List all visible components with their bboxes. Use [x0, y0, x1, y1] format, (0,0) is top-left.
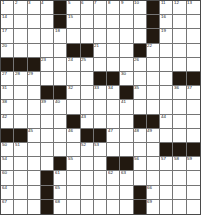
black-cell: [134, 44, 147, 58]
clue-number: 54: [2, 157, 7, 161]
clue-number: 32: [68, 86, 73, 90]
white-cell[interactable]: [187, 186, 200, 200]
white-cell[interactable]: [187, 29, 200, 43]
white-cell[interactable]: [41, 129, 54, 143]
white-cell[interactable]: [41, 44, 54, 58]
clue-number: 15: [68, 15, 73, 19]
black-cell: [94, 72, 107, 86]
white-cell[interactable]: 65: [54, 186, 67, 200]
white-cell[interactable]: 7: [94, 1, 107, 15]
white-cell[interactable]: [160, 186, 173, 200]
clue-number: 25: [81, 58, 86, 62]
white-cell[interactable]: [187, 129, 200, 143]
white-cell[interactable]: [187, 100, 200, 114]
white-cell[interactable]: [67, 200, 80, 214]
white-cell[interactable]: [160, 72, 173, 86]
white-cell[interactable]: [41, 15, 54, 29]
clue-number: 44: [161, 115, 166, 119]
white-cell[interactable]: [147, 72, 160, 86]
white-cell[interactable]: [107, 44, 120, 58]
white-cell[interactable]: 27: [1, 72, 14, 86]
black-cell: [134, 200, 147, 214]
clue-number: 1: [2, 1, 4, 5]
white-cell[interactable]: [28, 115, 41, 129]
clue-number: 9: [121, 1, 123, 5]
white-cell[interactable]: [41, 143, 54, 157]
white-cell[interactable]: 44: [160, 115, 173, 129]
clue-number: 45: [28, 129, 33, 133]
white-cell[interactable]: [187, 171, 200, 185]
white-cell[interactable]: 6: [81, 1, 94, 15]
black-cell: [160, 143, 173, 157]
clue-number: 38: [2, 100, 7, 104]
clue-number: 5: [68, 1, 70, 5]
white-cell[interactable]: [14, 44, 27, 58]
white-cell[interactable]: [81, 157, 94, 171]
clue-number: 20: [2, 44, 7, 48]
white-cell[interactable]: 38: [1, 100, 14, 114]
white-cell[interactable]: 37: [187, 86, 200, 100]
white-cell[interactable]: 47: [107, 129, 120, 143]
black-cell: [41, 171, 54, 185]
white-cell[interactable]: [14, 157, 27, 171]
white-cell[interactable]: 15: [67, 15, 80, 29]
white-cell[interactable]: 33: [94, 86, 107, 100]
black-cell: [14, 58, 27, 72]
white-cell[interactable]: 1: [1, 1, 14, 15]
white-cell[interactable]: [160, 100, 173, 114]
white-cell[interactable]: [120, 129, 133, 143]
white-cell[interactable]: 3: [28, 1, 41, 15]
clue-number: 27: [2, 72, 7, 76]
white-cell[interactable]: [81, 15, 94, 29]
white-cell[interactable]: [120, 200, 133, 214]
black-cell: [67, 115, 80, 129]
clue-number: 28: [15, 72, 20, 76]
black-cell: [173, 72, 186, 86]
white-cell[interactable]: [134, 29, 147, 43]
white-cell[interactable]: [54, 58, 67, 72]
white-cell[interactable]: 13: [187, 1, 200, 15]
black-cell: [107, 72, 120, 86]
white-cell[interactable]: [147, 171, 160, 185]
white-cell[interactable]: [94, 171, 107, 185]
white-cell[interactable]: 52: [81, 143, 94, 157]
white-cell[interactable]: 18: [54, 29, 67, 43]
clue-number: 10: [134, 1, 139, 5]
white-cell[interactable]: [147, 157, 160, 171]
black-cell: [187, 72, 200, 86]
black-cell: [14, 129, 27, 143]
white-cell[interactable]: 20: [1, 44, 14, 58]
white-cell[interactable]: [107, 58, 120, 72]
white-cell[interactable]: 49: [147, 129, 160, 143]
clue-number: 50: [2, 143, 7, 147]
clue-number: 58: [174, 157, 179, 161]
white-cell[interactable]: [120, 58, 133, 72]
white-cell[interactable]: 61: [54, 171, 67, 185]
black-cell: [1, 58, 14, 72]
white-cell[interactable]: 14: [1, 15, 14, 29]
white-cell[interactable]: 2: [14, 1, 27, 15]
clue-number: 43: [81, 115, 86, 119]
white-cell[interactable]: [120, 29, 133, 43]
clue-number: 59: [187, 157, 192, 161]
white-cell[interactable]: 64: [1, 186, 14, 200]
white-cell[interactable]: 32: [67, 86, 80, 100]
white-cell[interactable]: 54: [1, 157, 14, 171]
clue-number: 55: [68, 157, 73, 161]
clue-number: 69: [147, 200, 152, 204]
white-cell[interactable]: [120, 15, 133, 29]
white-cell[interactable]: [81, 100, 94, 114]
black-cell: [28, 58, 41, 72]
white-cell[interactable]: [173, 186, 186, 200]
white-cell[interactable]: [94, 58, 107, 72]
clue-number: 31: [2, 86, 7, 90]
black-cell: [54, 1, 67, 15]
white-cell[interactable]: 41: [120, 100, 133, 114]
white-cell[interactable]: 59: [187, 157, 200, 171]
clue-number: 42: [2, 115, 7, 119]
white-cell[interactable]: 58: [173, 157, 186, 171]
white-cell[interactable]: [160, 44, 173, 58]
clue-number: 40: [55, 100, 60, 104]
white-cell[interactable]: 19: [160, 29, 173, 43]
clue-number: 14: [2, 15, 7, 19]
white-cell[interactable]: [173, 100, 186, 114]
clue-number: 13: [187, 1, 192, 5]
white-cell[interactable]: 35: [134, 86, 147, 100]
clue-number: 26: [134, 58, 139, 62]
white-cell[interactable]: [41, 115, 54, 129]
black-cell: [147, 115, 160, 129]
clue-number: 56: [134, 157, 139, 161]
clue-number: 16: [161, 15, 166, 19]
clue-number: 7: [94, 1, 96, 5]
clue-number: 35: [134, 86, 139, 90]
white-cell[interactable]: 66: [147, 186, 160, 200]
white-cell[interactable]: [187, 200, 200, 214]
white-cell[interactable]: 42: [1, 115, 14, 129]
white-cell[interactable]: [28, 100, 41, 114]
clue-number: 34: [108, 86, 113, 90]
clue-number: 41: [121, 100, 126, 104]
white-cell[interactable]: 21: [94, 44, 107, 58]
white-cell[interactable]: 26: [134, 58, 147, 72]
white-cell[interactable]: [67, 143, 80, 157]
white-cell[interactable]: [81, 200, 94, 214]
black-cell: [1, 129, 14, 143]
white-cell[interactable]: 8: [107, 1, 120, 15]
white-cell[interactable]: [81, 86, 94, 100]
clue-number: 49: [147, 129, 152, 133]
white-cell[interactable]: [107, 29, 120, 43]
clue-number: 24: [68, 58, 73, 62]
white-cell[interactable]: 24: [67, 58, 80, 72]
white-cell[interactable]: 29: [28, 72, 41, 86]
white-cell[interactable]: [81, 29, 94, 43]
white-cell[interactable]: [14, 171, 27, 185]
white-cell[interactable]: [160, 58, 173, 72]
white-cell[interactable]: [41, 29, 54, 43]
white-cell[interactable]: [147, 143, 160, 157]
white-cell[interactable]: [160, 171, 173, 185]
clue-number: 23: [41, 58, 46, 62]
white-cell[interactable]: [107, 143, 120, 157]
black-cell: [187, 143, 200, 157]
white-cell[interactable]: [120, 186, 133, 200]
black-cell: [120, 157, 133, 171]
white-cell[interactable]: [147, 86, 160, 100]
white-cell[interactable]: 68: [54, 200, 67, 214]
clue-number: 18: [55, 29, 60, 33]
white-cell[interactable]: [107, 200, 120, 214]
black-cell: [81, 44, 94, 58]
clue-number: 39: [41, 100, 46, 104]
white-cell[interactable]: [160, 86, 173, 100]
black-cell: [147, 29, 160, 43]
white-cell[interactable]: [67, 72, 80, 86]
clue-number: 66: [147, 186, 152, 190]
white-cell[interactable]: 69: [147, 200, 160, 214]
white-cell[interactable]: [14, 115, 27, 129]
white-cell[interactable]: [14, 86, 27, 100]
black-cell: [41, 200, 54, 214]
black-cell: [134, 115, 147, 129]
white-cell[interactable]: [120, 115, 133, 129]
white-cell[interactable]: 46: [67, 129, 80, 143]
clue-number: 19: [161, 29, 166, 33]
white-cell[interactable]: [14, 186, 27, 200]
white-cell[interactable]: 5: [67, 1, 80, 15]
white-cell[interactable]: [54, 115, 67, 129]
clue-number: 4: [41, 1, 43, 5]
white-cell[interactable]: [28, 157, 41, 171]
white-cell[interactable]: 36: [173, 86, 186, 100]
white-cell[interactable]: [28, 186, 41, 200]
black-cell: [134, 186, 147, 200]
white-cell[interactable]: [94, 29, 107, 43]
white-cell[interactable]: [28, 86, 41, 100]
clue-number: 12: [174, 1, 179, 5]
white-cell[interactable]: [67, 100, 80, 114]
black-cell: [120, 86, 133, 100]
crossword-grid: 1234567891011121314151617181920212223242…: [0, 0, 201, 215]
clue-number: 63: [121, 171, 126, 175]
white-cell[interactable]: 48: [134, 129, 147, 143]
white-cell[interactable]: [94, 100, 107, 114]
white-cell[interactable]: [160, 200, 173, 214]
white-cell[interactable]: [187, 115, 200, 129]
clue-number: 17: [2, 29, 7, 33]
black-cell: [54, 157, 67, 171]
white-cell[interactable]: [187, 58, 200, 72]
white-cell[interactable]: 56: [134, 157, 147, 171]
white-cell[interactable]: [173, 115, 186, 129]
white-cell[interactable]: [28, 200, 41, 214]
white-cell[interactable]: [173, 171, 186, 185]
black-cell: [54, 15, 67, 29]
white-cell[interactable]: 55: [67, 157, 80, 171]
white-cell[interactable]: 9: [120, 1, 133, 15]
clue-number: 3: [28, 1, 30, 5]
white-cell[interactable]: [107, 100, 120, 114]
white-cell[interactable]: [120, 44, 133, 58]
white-cell[interactable]: [94, 15, 107, 29]
white-cell[interactable]: 43: [81, 115, 94, 129]
white-cell[interactable]: 45: [28, 129, 41, 143]
white-cell[interactable]: 67: [1, 200, 14, 214]
white-cell[interactable]: [54, 129, 67, 143]
white-cell[interactable]: 12: [173, 1, 186, 15]
black-cell: [41, 86, 54, 100]
white-cell[interactable]: 11: [160, 1, 173, 15]
white-cell[interactable]: [14, 200, 27, 214]
white-cell[interactable]: [14, 15, 27, 29]
clue-number: 36: [174, 86, 179, 90]
white-cell[interactable]: 22: [147, 44, 160, 58]
white-cell[interactable]: [41, 72, 54, 86]
clue-number: 8: [108, 1, 110, 5]
white-cell[interactable]: [14, 29, 27, 43]
white-cell[interactable]: [187, 15, 200, 29]
clue-number: 62: [108, 171, 113, 175]
white-cell[interactable]: [54, 72, 67, 86]
white-cell[interactable]: [14, 100, 27, 114]
white-cell[interactable]: 30: [120, 72, 133, 86]
white-cell[interactable]: [67, 186, 80, 200]
clue-number: 53: [94, 143, 99, 147]
white-cell[interactable]: [67, 171, 80, 185]
white-cell[interactable]: [94, 157, 107, 171]
white-cell[interactable]: 28: [14, 72, 27, 86]
clue-number: 30: [121, 72, 126, 76]
white-cell[interactable]: [107, 115, 120, 129]
white-cell[interactable]: [28, 29, 41, 43]
white-cell[interactable]: [173, 44, 186, 58]
white-cell[interactable]: 51: [14, 143, 27, 157]
white-cell[interactable]: 40: [54, 100, 67, 114]
white-cell[interactable]: 53: [94, 143, 107, 157]
clue-number: 11: [161, 1, 166, 5]
white-cell[interactable]: [81, 171, 94, 185]
black-cell: [54, 86, 67, 100]
clue-number: 57: [161, 157, 166, 161]
clue-number: 46: [68, 129, 73, 133]
clue-number: 51: [15, 143, 20, 147]
white-cell[interactable]: 4: [41, 1, 54, 15]
white-cell[interactable]: [81, 72, 94, 86]
white-cell[interactable]: [187, 44, 200, 58]
white-cell[interactable]: [107, 186, 120, 200]
white-cell[interactable]: [173, 129, 186, 143]
white-cell[interactable]: 10: [134, 1, 147, 15]
white-cell[interactable]: 50: [1, 143, 14, 157]
white-cell[interactable]: 16: [160, 15, 173, 29]
clue-number: 2: [15, 1, 17, 5]
black-cell: [41, 186, 54, 200]
white-cell[interactable]: [28, 143, 41, 157]
white-cell[interactable]: 34: [107, 86, 120, 100]
white-cell[interactable]: 57: [160, 157, 173, 171]
white-cell[interactable]: 17: [1, 29, 14, 43]
white-cell[interactable]: [173, 15, 186, 29]
white-cell[interactable]: 63: [120, 171, 133, 185]
white-cell[interactable]: [160, 129, 173, 143]
clue-number: 48: [134, 129, 139, 133]
black-cell: [147, 1, 160, 15]
white-cell[interactable]: [94, 200, 107, 214]
black-cell: [67, 44, 80, 58]
black-cell: [94, 129, 107, 143]
clue-number: 33: [94, 86, 99, 90]
black-cell: [173, 143, 186, 157]
white-cell[interactable]: [28, 44, 41, 58]
white-cell[interactable]: [173, 29, 186, 43]
white-cell[interactable]: 23: [41, 58, 54, 72]
black-cell: [81, 129, 94, 143]
white-cell[interactable]: [173, 200, 186, 214]
white-cell[interactable]: [94, 186, 107, 200]
white-cell[interactable]: [28, 15, 41, 29]
white-cell[interactable]: 60: [1, 171, 14, 185]
clue-number: 22: [147, 44, 152, 48]
clue-number: 6: [81, 1, 83, 5]
white-cell[interactable]: [134, 171, 147, 185]
white-cell[interactable]: [41, 157, 54, 171]
white-cell[interactable]: [134, 143, 147, 157]
white-cell[interactable]: [94, 115, 107, 129]
white-cell[interactable]: [54, 143, 67, 157]
clue-number: 52: [81, 143, 86, 147]
white-cell[interactable]: [54, 44, 67, 58]
white-cell[interactable]: [81, 186, 94, 200]
clue-number: 21: [94, 44, 99, 48]
white-cell[interactable]: [28, 171, 41, 185]
clue-number: 65: [55, 186, 60, 190]
clue-number: 29: [28, 72, 33, 76]
clue-number: 60: [2, 171, 7, 175]
white-cell[interactable]: [147, 100, 160, 114]
white-cell[interactable]: [120, 143, 133, 157]
clue-number: 37: [187, 86, 192, 90]
white-cell[interactable]: [134, 100, 147, 114]
white-cell[interactable]: [147, 58, 160, 72]
white-cell[interactable]: 31: [1, 86, 14, 100]
black-cell: [147, 15, 160, 29]
white-cell[interactable]: [134, 72, 147, 86]
clue-number: 61: [55, 171, 60, 175]
white-cell[interactable]: [173, 58, 186, 72]
clue-number: 64: [2, 186, 7, 190]
white-cell[interactable]: 25: [81, 58, 94, 72]
clue-number: 47: [108, 129, 113, 133]
white-cell[interactable]: 62: [107, 171, 120, 185]
black-cell: [107, 157, 120, 171]
white-cell[interactable]: [134, 15, 147, 29]
white-cell[interactable]: [67, 29, 80, 43]
white-cell[interactable]: [107, 15, 120, 29]
clue-number: 67: [2, 200, 7, 204]
clue-number: 68: [55, 200, 60, 204]
white-cell[interactable]: 39: [41, 100, 54, 114]
